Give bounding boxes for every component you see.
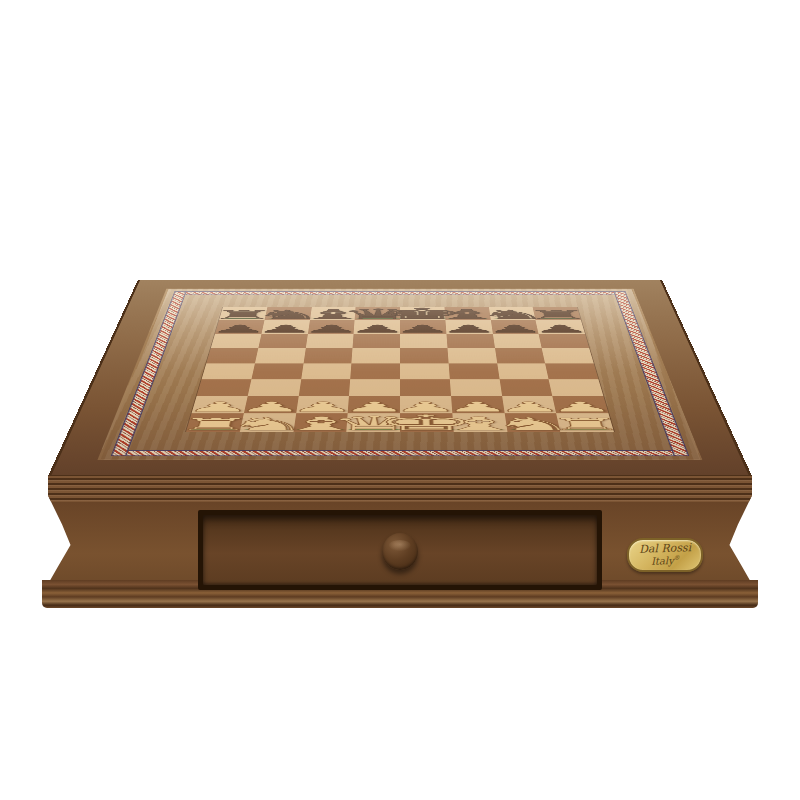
square-a4[interactable] [202, 363, 255, 379]
board-border-field: ♜♞♝♛♚♝♞♜♟♟♟♟♟♟♟♟♟♟♟♟♟♟♟♟♜♞♝♛♚♝♞♜ [97, 289, 702, 460]
square-g4[interactable] [497, 363, 549, 379]
square-b5[interactable] [255, 348, 306, 363]
square-d6[interactable] [353, 334, 400, 348]
square-e5[interactable] [400, 348, 448, 363]
square-d4[interactable] [350, 363, 400, 379]
drawer-knob [382, 533, 418, 570]
square-g5[interactable] [495, 348, 546, 363]
square-d3[interactable] [349, 379, 400, 396]
square-h2[interactable]: ♟ [553, 396, 609, 413]
square-h5[interactable] [542, 348, 594, 363]
square-f6[interactable] [446, 334, 494, 348]
square-g6[interactable] [492, 334, 541, 348]
square-h3[interactable] [549, 379, 604, 396]
square-c3[interactable] [298, 379, 350, 396]
piece-black-pawn[interactable]: ♟ [530, 323, 591, 334]
square-g3[interactable] [499, 379, 552, 396]
board-frame: ♜♞♝♛♚♝♞♜♟♟♟♟♟♟♟♟♟♟♟♟♟♟♟♟♜♞♝♛♚♝♞♜ [48, 280, 752, 476]
square-h1[interactable]: ♜ [556, 413, 614, 431]
reeded-edge-molding [48, 476, 752, 502]
square-e6[interactable] [400, 334, 447, 348]
square-b6[interactable] [258, 334, 307, 348]
plaque-country-text: Italy® [650, 554, 679, 567]
square-d5[interactable] [352, 348, 400, 363]
square-a3[interactable] [197, 379, 252, 396]
square-f5[interactable] [447, 348, 497, 363]
piece-white-pawn[interactable]: ♟ [547, 400, 616, 414]
square-a5[interactable] [206, 348, 258, 363]
chess-board-grid: ♜♞♝♛♚♝♞♜♟♟♟♟♟♟♟♟♟♟♟♟♟♟♟♟♜♞♝♛♚♝♞♜ [186, 307, 614, 432]
square-c5[interactable] [303, 348, 353, 363]
square-h8[interactable]: ♜ [533, 307, 581, 320]
square-h6[interactable] [539, 334, 590, 348]
square-h7[interactable]: ♟ [536, 320, 585, 334]
square-a6[interactable] [211, 334, 262, 348]
brand-plaque: Dal Rossi Italy® [627, 538, 703, 572]
plaque-brand-text: Dal Rossi [639, 542, 691, 555]
square-c4[interactable] [301, 363, 352, 379]
mosaic-inlay-border-bottom [111, 450, 689, 456]
square-f3[interactable] [450, 379, 502, 396]
square-e4[interactable] [400, 363, 450, 379]
square-b3[interactable] [247, 379, 300, 396]
chess-box-photo: Dal Rossi Italy® ♜♞♝♛♚♝♞♜♟♟♟♟♟♟♟♟♟♟♟♟♟♟♟… [0, 0, 800, 800]
mosaic-inlay-border-top [173, 291, 627, 294]
registered-mark: ® [673, 553, 679, 560]
square-e3[interactable] [400, 379, 451, 396]
square-f4[interactable] [448, 363, 499, 379]
square-b4[interactable] [251, 363, 303, 379]
square-c6[interactable] [305, 334, 353, 348]
square-h4[interactable] [545, 363, 598, 379]
